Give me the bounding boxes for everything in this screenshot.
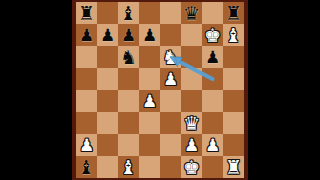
square-d3[interactable] — [139, 112, 160, 134]
square-a8[interactable]: ♜ — [76, 2, 97, 24]
square-c4[interactable] — [118, 90, 139, 112]
black-rook[interactable]: ♜ — [225, 2, 242, 24]
square-d4[interactable]: ♟ — [139, 90, 160, 112]
chess-board: ♜♝♛♜♟♟♟♟♚♝♞♞♟♟♟♛♟♟♟♝♝♚♜ — [72, 0, 248, 180]
square-c3[interactable] — [118, 112, 139, 134]
black-rook[interactable]: ♜ — [78, 2, 95, 24]
square-g8[interactable] — [202, 2, 223, 24]
square-e2[interactable] — [160, 134, 181, 156]
square-h7[interactable]: ♝ — [223, 24, 244, 46]
square-h5[interactable] — [223, 68, 244, 90]
white-pawn[interactable]: ♟ — [205, 134, 220, 156]
black-bishop[interactable]: ♝ — [120, 2, 137, 24]
square-d8[interactable] — [139, 2, 160, 24]
white-pawn[interactable]: ♟ — [79, 134, 94, 156]
square-f8[interactable]: ♛ — [181, 2, 202, 24]
square-c1[interactable]: ♝ — [118, 156, 139, 178]
black-knight[interactable]: ♞ — [120, 46, 137, 68]
white-queen[interactable]: ♛ — [183, 112, 200, 134]
square-b5[interactable] — [97, 68, 118, 90]
square-g2[interactable]: ♟ — [202, 134, 223, 156]
square-h4[interactable] — [223, 90, 244, 112]
square-e8[interactable] — [160, 2, 181, 24]
square-d1[interactable] — [139, 156, 160, 178]
square-b1[interactable] — [97, 156, 118, 178]
black-pawn[interactable]: ♟ — [79, 24, 94, 46]
square-c5[interactable] — [118, 68, 139, 90]
square-g5[interactable] — [202, 68, 223, 90]
square-h3[interactable] — [223, 112, 244, 134]
white-pawn[interactable]: ♟ — [184, 134, 199, 156]
square-a7[interactable]: ♟ — [76, 24, 97, 46]
square-a6[interactable] — [76, 46, 97, 68]
square-h6[interactable] — [223, 46, 244, 68]
square-a2[interactable]: ♟ — [76, 134, 97, 156]
square-b8[interactable] — [97, 2, 118, 24]
square-f5[interactable] — [181, 68, 202, 90]
square-e5[interactable]: ♟ — [160, 68, 181, 90]
square-c2[interactable] — [118, 134, 139, 156]
square-c8[interactable]: ♝ — [118, 2, 139, 24]
white-knight[interactable]: ♞ — [162, 46, 179, 68]
square-g7[interactable]: ♚ — [202, 24, 223, 46]
square-d5[interactable] — [139, 68, 160, 90]
square-b3[interactable] — [97, 112, 118, 134]
square-g3[interactable] — [202, 112, 223, 134]
square-g6[interactable]: ♟ — [202, 46, 223, 68]
square-f7[interactable] — [181, 24, 202, 46]
square-f2[interactable]: ♟ — [181, 134, 202, 156]
square-b6[interactable] — [97, 46, 118, 68]
square-e3[interactable] — [160, 112, 181, 134]
black-pawn[interactable]: ♟ — [205, 46, 220, 68]
square-e7[interactable] — [160, 24, 181, 46]
black-pawn[interactable]: ♟ — [121, 24, 136, 46]
black-bishop[interactable]: ♝ — [78, 156, 95, 178]
black-pawn[interactable]: ♟ — [142, 24, 157, 46]
square-f1[interactable]: ♚ — [181, 156, 202, 178]
square-a3[interactable] — [76, 112, 97, 134]
square-b4[interactable] — [97, 90, 118, 112]
square-a5[interactable] — [76, 68, 97, 90]
thumbnail-stage: ♜♝♛♜♟♟♟♟♚♝♞♞♟♟♟♛♟♟♟♝♝♚♜ — [0, 0, 320, 180]
square-h2[interactable] — [223, 134, 244, 156]
square-e1[interactable] — [160, 156, 181, 178]
black-queen[interactable]: ♛ — [183, 2, 200, 24]
square-h1[interactable]: ♜ — [223, 156, 244, 178]
square-c6[interactable]: ♞ — [118, 46, 139, 68]
square-f3[interactable]: ♛ — [181, 112, 202, 134]
white-king[interactable]: ♚ — [204, 24, 221, 46]
square-e6[interactable]: ♞ — [160, 46, 181, 68]
square-f6[interactable] — [181, 46, 202, 68]
square-d7[interactable]: ♟ — [139, 24, 160, 46]
square-g4[interactable] — [202, 90, 223, 112]
black-pawn[interactable]: ♟ — [100, 24, 115, 46]
white-rook[interactable]: ♜ — [225, 156, 242, 178]
white-pawn[interactable]: ♟ — [142, 90, 157, 112]
square-e4[interactable] — [160, 90, 181, 112]
white-king[interactable]: ♚ — [183, 156, 200, 178]
square-d2[interactable] — [139, 134, 160, 156]
square-g1[interactable] — [202, 156, 223, 178]
square-b7[interactable]: ♟ — [97, 24, 118, 46]
square-d6[interactable] — [139, 46, 160, 68]
square-c7[interactable]: ♟ — [118, 24, 139, 46]
white-bishop[interactable]: ♝ — [120, 156, 137, 178]
square-a1[interactable]: ♝ — [76, 156, 97, 178]
square-b2[interactable] — [97, 134, 118, 156]
square-f4[interactable] — [181, 90, 202, 112]
white-pawn[interactable]: ♟ — [163, 68, 178, 90]
board-squares: ♜♝♛♜♟♟♟♟♚♝♞♞♟♟♟♛♟♟♟♝♝♚♜ — [76, 2, 244, 178]
square-h8[interactable]: ♜ — [223, 2, 244, 24]
square-a4[interactable] — [76, 90, 97, 112]
white-bishop[interactable]: ♝ — [225, 24, 242, 46]
